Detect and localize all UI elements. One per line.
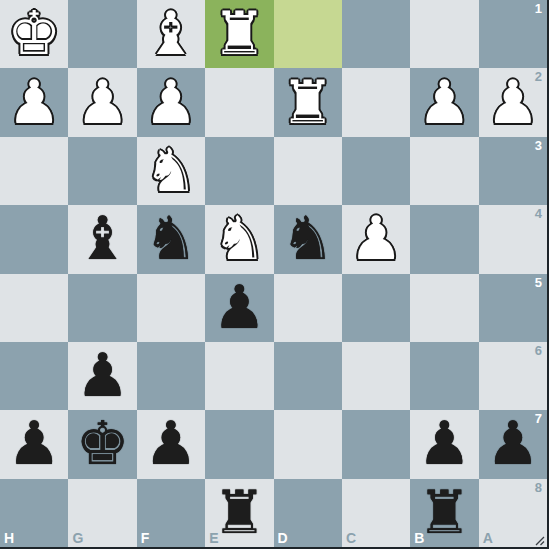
- square-c5[interactable]: [342, 274, 410, 342]
- square-e3[interactable]: [205, 137, 273, 205]
- square-c2[interactable]: [342, 68, 410, 136]
- piece-white-pawn[interactable]: ♟: [7, 72, 61, 132]
- piece-black-pawn[interactable]: ♟: [212, 277, 266, 337]
- square-b3[interactable]: [410, 137, 478, 205]
- square-f2[interactable]: ♟: [137, 68, 205, 136]
- square-e7[interactable]: [205, 410, 273, 478]
- rank-label-3: 3: [535, 139, 542, 152]
- file-label-e: E: [209, 531, 218, 545]
- square-e5[interactable]: ♟: [205, 274, 273, 342]
- rank-label-5: 5: [535, 276, 542, 289]
- piece-black-knight[interactable]: ♞: [281, 208, 335, 268]
- square-a6[interactable]: 6: [479, 342, 547, 410]
- square-c3[interactable]: [342, 137, 410, 205]
- square-d6[interactable]: [274, 342, 342, 410]
- square-c4[interactable]: ♟: [342, 205, 410, 273]
- square-e6[interactable]: [205, 342, 273, 410]
- file-label-h: H: [4, 531, 14, 545]
- square-c7[interactable]: [342, 410, 410, 478]
- piece-white-pawn[interactable]: ♟: [418, 72, 472, 132]
- square-e2[interactable]: [205, 68, 273, 136]
- square-a5[interactable]: 5: [479, 274, 547, 342]
- piece-black-pawn[interactable]: ♟: [7, 413, 61, 473]
- piece-white-pawn[interactable]: ♟: [144, 72, 198, 132]
- resize-handle-icon[interactable]: [533, 534, 545, 546]
- square-g6[interactable]: ♟: [68, 342, 136, 410]
- piece-white-pawn[interactable]: ♟: [486, 72, 540, 132]
- square-b4[interactable]: [410, 205, 478, 273]
- file-label-d: D: [278, 531, 288, 545]
- resize-handle-lines: [536, 537, 544, 545]
- square-a2[interactable]: ♟2: [479, 68, 547, 136]
- piece-white-pawn[interactable]: ♟: [76, 72, 130, 132]
- square-d8[interactable]: D: [274, 479, 342, 547]
- square-f4[interactable]: ♞: [137, 205, 205, 273]
- square-h6[interactable]: [0, 342, 68, 410]
- square-h8[interactable]: H: [0, 479, 68, 547]
- square-b1[interactable]: [410, 0, 478, 68]
- square-h5[interactable]: [0, 274, 68, 342]
- square-d7[interactable]: [274, 410, 342, 478]
- square-d5[interactable]: [274, 274, 342, 342]
- rank-label-2: 2: [535, 70, 542, 83]
- file-label-f: F: [141, 531, 150, 545]
- square-g3[interactable]: [68, 137, 136, 205]
- square-c1[interactable]: [342, 0, 410, 68]
- piece-black-rook[interactable]: ♜: [418, 482, 472, 542]
- square-a1[interactable]: 1: [479, 0, 547, 68]
- file-label-g: G: [72, 531, 83, 545]
- rank-label-1: 1: [535, 2, 542, 15]
- square-f6[interactable]: [137, 342, 205, 410]
- board-container: ♚♝♜1♟♟♟♜♟♟2♞3♝♞♞♞♟4♟5♟6♟♚♟♟♟7HGF♜EDC♜B8A: [0, 0, 549, 549]
- square-c8[interactable]: C: [342, 479, 410, 547]
- square-g1[interactable]: [68, 0, 136, 68]
- square-b7[interactable]: ♟: [410, 410, 478, 478]
- rank-label-7: 7: [535, 412, 542, 425]
- square-f3[interactable]: ♞: [137, 137, 205, 205]
- file-label-c: C: [346, 531, 356, 545]
- square-h3[interactable]: [0, 137, 68, 205]
- square-d1[interactable]: [274, 0, 342, 68]
- square-g7[interactable]: ♚: [68, 410, 136, 478]
- square-h1[interactable]: ♚: [0, 0, 68, 68]
- rank-label-4: 4: [535, 207, 542, 220]
- square-a4[interactable]: 4: [479, 205, 547, 273]
- square-a7[interactable]: ♟7: [479, 410, 547, 478]
- piece-black-pawn[interactable]: ♟: [418, 413, 472, 473]
- square-d2[interactable]: ♜: [274, 68, 342, 136]
- square-e1[interactable]: ♜: [205, 0, 273, 68]
- piece-black-knight[interactable]: ♞: [144, 208, 198, 268]
- square-h7[interactable]: ♟: [0, 410, 68, 478]
- file-label-b: B: [414, 531, 424, 545]
- piece-black-king[interactable]: ♚: [76, 413, 130, 473]
- piece-white-rook[interactable]: ♜: [281, 72, 335, 132]
- square-b6[interactable]: [410, 342, 478, 410]
- rank-label-6: 6: [535, 344, 542, 357]
- square-h2[interactable]: ♟: [0, 68, 68, 136]
- piece-white-knight[interactable]: ♞: [144, 140, 198, 200]
- piece-white-bishop[interactable]: ♝: [144, 3, 198, 63]
- square-f8[interactable]: F: [137, 479, 205, 547]
- square-d4[interactable]: ♞: [274, 205, 342, 273]
- square-b2[interactable]: ♟: [410, 68, 478, 136]
- piece-white-pawn[interactable]: ♟: [349, 208, 403, 268]
- square-d3[interactable]: [274, 137, 342, 205]
- square-b8[interactable]: ♜B: [410, 479, 478, 547]
- square-f1[interactable]: ♝: [137, 0, 205, 68]
- square-b5[interactable]: [410, 274, 478, 342]
- square-g2[interactable]: ♟: [68, 68, 136, 136]
- piece-white-knight[interactable]: ♞: [212, 208, 266, 268]
- chess-board: ♚♝♜1♟♟♟♜♟♟2♞3♝♞♞♞♟4♟5♟6♟♚♟♟♟7HGF♜EDC♜B8A: [0, 0, 549, 549]
- square-g8[interactable]: G: [68, 479, 136, 547]
- square-a3[interactable]: 3: [479, 137, 547, 205]
- rank-label-8: 8: [535, 481, 542, 494]
- square-g4[interactable]: ♝: [68, 205, 136, 273]
- piece-white-king[interactable]: ♚: [7, 3, 61, 63]
- piece-black-rook[interactable]: ♜: [212, 482, 266, 542]
- file-label-a: A: [483, 531, 493, 545]
- piece-black-pawn[interactable]: ♟: [76, 345, 130, 405]
- square-h4[interactable]: [0, 205, 68, 273]
- square-f5[interactable]: [137, 274, 205, 342]
- square-g5[interactable]: [68, 274, 136, 342]
- piece-black-pawn[interactable]: ♟: [486, 413, 540, 473]
- square-c6[interactable]: [342, 342, 410, 410]
- piece-black-bishop[interactable]: ♝: [76, 208, 130, 268]
- piece-white-rook[interactable]: ♜: [212, 3, 266, 63]
- square-f7[interactable]: ♟: [137, 410, 205, 478]
- piece-black-pawn[interactable]: ♟: [144, 413, 198, 473]
- square-e8[interactable]: ♜E: [205, 479, 273, 547]
- square-e4[interactable]: ♞: [205, 205, 273, 273]
